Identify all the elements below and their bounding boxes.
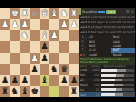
square-b4[interactable] [59, 41, 69, 52]
result-bar [101, 88, 134, 91]
explorer-move: cxd4 [80, 68, 92, 72]
engine-lines: +0.48.cxd4 Nxd4 9.Nxd4 Qxd4 10.Nc3 Qxe5⋮… [79, 15, 135, 35]
square-c3[interactable]: ♟ [49, 30, 59, 41]
explorer-games: 31 [92, 93, 101, 97]
square-g5[interactable] [10, 53, 20, 64]
black-pawn: ♟ [31, 65, 39, 74]
square-d5[interactable]: ♟ [40, 53, 50, 64]
square-g6[interactable] [10, 64, 20, 75]
black-pawn: ♟ [1, 76, 9, 85]
square-e5[interactable]: ♟ [30, 53, 40, 64]
engine-eval-badge: +0.4 [106, 10, 116, 14]
square-d2[interactable] [40, 19, 50, 30]
square-g1[interactable]: ♚ [10, 8, 20, 19]
white-rook: ♜ [70, 9, 78, 18]
square-d1[interactable]: ♛ [40, 8, 50, 19]
white-wins-segment [101, 74, 116, 77]
square-c5[interactable] [49, 53, 59, 64]
chess-board[interactable]: ♚♜♛♝♞♜♟♟♟♟♟♞♝♟♟♟♟♟♞♛♟♟♟♝♟♟♜♞♝♚♜ [0, 8, 79, 97]
black-queen: ♛ [60, 65, 68, 74]
explorer-rows: cxd41842Re1412a3239Nbd2118h457Qe231 [79, 68, 135, 97]
black-knight: ♞ [50, 65, 58, 74]
result-bar [101, 84, 134, 87]
draws-segment [115, 79, 123, 82]
line-moves: 8.cxd4 Nxd4 9.Nxd4 Qxd4 10.Nc3 Qxe5 [88, 15, 135, 19]
result-bar [101, 69, 134, 72]
square-g8[interactable]: ♞ [10, 86, 20, 97]
explorer-games: 57 [92, 88, 101, 92]
white-pawn: ♟ [31, 54, 39, 63]
square-f2[interactable]: ♟ [20, 19, 30, 30]
line-moves: 8.a3 Nge7 9.b4 Nf5 10.Be3 Be7 [88, 25, 134, 29]
black-rook: ♜ [70, 87, 78, 96]
square-g7[interactable]: ♟ [10, 75, 20, 86]
square-f1[interactable]: ♜ [20, 8, 30, 19]
explorer-row-Qe2[interactable]: Qe231 [79, 92, 135, 97]
square-e1[interactable] [30, 8, 40, 19]
explorer-move: Nbd2 [80, 83, 92, 87]
line-moves: 8.Be2 Nge7 9.cxd4 Nf5 10.Nc3 Bb4 [88, 30, 135, 34]
square-h6[interactable] [0, 64, 10, 75]
square-g4[interactable] [10, 41, 20, 52]
black-wins-segment [126, 69, 134, 72]
square-a8[interactable]: ♜ [69, 86, 79, 97]
result-bar [101, 79, 134, 82]
square-h4[interactable] [0, 41, 10, 52]
black-king: ♚ [31, 87, 39, 96]
square-b6[interactable]: ♛ [59, 64, 69, 75]
square-h2[interactable]: ♟ [0, 19, 10, 30]
square-h3[interactable] [0, 30, 10, 41]
engine-depth-bar [98, 11, 105, 13]
square-a6[interactable] [69, 64, 79, 75]
black-pawn: ♟ [40, 54, 48, 63]
white-wins-segment [101, 93, 115, 96]
explorer-games: 239 [92, 78, 101, 82]
square-b3[interactable] [59, 30, 69, 41]
draws-segment [115, 93, 124, 96]
square-a4[interactable] [69, 41, 79, 52]
line-moves: 8.Re1 Nge7 9.cxd4 Nf5 10.Nc3 Be7 [88, 20, 135, 24]
square-f4[interactable] [20, 41, 30, 52]
black-knight: ♞ [11, 87, 19, 96]
expand-icon[interactable]: ⋮ [134, 25, 135, 29]
explorer-games: 1842 [92, 68, 101, 72]
black-wins-segment [123, 93, 134, 96]
explorer-move: Qe2 [80, 93, 92, 97]
square-b7[interactable]: ♟ [59, 75, 69, 86]
square-h1[interactable] [0, 8, 10, 19]
white-king: ♚ [11, 9, 19, 18]
square-c7[interactable] [49, 75, 59, 86]
square-d8[interactable] [40, 86, 50, 97]
square-c4[interactable] [49, 41, 59, 52]
white-knight: ♞ [21, 31, 29, 40]
square-g3[interactable] [10, 30, 20, 41]
square-a7[interactable]: ♟ [69, 75, 79, 86]
square-f3[interactable]: ♞ [20, 30, 30, 41]
square-d7[interactable]: ♝ [40, 75, 50, 86]
square-e7[interactable] [30, 75, 40, 86]
white-bishop: ♝ [50, 9, 58, 18]
draws-segment [114, 84, 123, 87]
opening-name: French Defense: Advance Variation, Milne… [79, 57, 135, 65]
square-b5[interactable] [59, 53, 69, 64]
black-wins-segment [122, 79, 134, 82]
square-f5[interactable] [20, 53, 30, 64]
square-e2[interactable] [30, 19, 40, 30]
white-bishop: ♝ [40, 31, 48, 40]
square-c8[interactable] [49, 86, 59, 97]
white-rook: ♜ [21, 9, 29, 18]
app-screen: ♚♜♛♝♞♜♟♟♟♟♟♞♝♟♟♟♟♟♞♛♟♟♟♝♟♟♜♞♝♚♜ Stockfis… [0, 0, 136, 102]
explorer-move: Re1 [80, 73, 92, 77]
explorer-move: h4 [80, 88, 92, 92]
square-b1[interactable]: ♞ [59, 8, 69, 19]
line-eval: +0.2 [80, 25, 87, 29]
black-pawn: ♟ [11, 76, 19, 85]
explorer-move: a3 [80, 78, 92, 82]
white-queen: ♛ [40, 9, 48, 18]
square-f7[interactable]: ♟ [20, 75, 30, 86]
engine-arrow-icon [32, 11, 38, 17]
square-a3[interactable] [69, 30, 79, 41]
square-a2[interactable]: ♟ [69, 19, 79, 30]
square-d3[interactable]: ♝ [40, 30, 50, 41]
square-a5[interactable] [69, 53, 79, 64]
draws-segment [117, 69, 126, 72]
gear-icon[interactable]: ⚙ [126, 10, 130, 14]
line-eval: +0.3 [80, 20, 87, 24]
black-wins-segment [122, 88, 134, 91]
square-h7[interactable]: ♟ [0, 75, 10, 86]
opening-name-line2: Milner-Barry Gambit [80, 61, 134, 64]
square-d4[interactable]: ♟ [40, 41, 50, 52]
white-wins-segment [101, 84, 114, 87]
engine-name: Stockfish [82, 10, 97, 14]
black-pawn: ♟ [70, 76, 78, 85]
white-pawn: ♟ [1, 20, 9, 29]
black-rook: ♜ [1, 87, 9, 96]
black-wins-segment [123, 84, 134, 87]
white-wins-segment [101, 69, 117, 72]
blunder-icon [80, 54, 82, 56]
white-pawn: ♟ [21, 20, 29, 29]
black-pawn: ♟ [21, 76, 29, 85]
square-c6[interactable]: ♞ [49, 64, 59, 75]
square-c1[interactable]: ♝ [49, 8, 59, 19]
square-c2[interactable] [49, 19, 59, 30]
line-eval: +0.1 [80, 30, 87, 34]
draws-segment [116, 88, 123, 91]
square-e4[interactable] [30, 41, 40, 52]
explorer-games: 118 [92, 83, 101, 87]
move-list: 4.c3Nc65.Nf3Qb66.Bd3cxd47.O-OBd78.cxd4Nx… [79, 35, 135, 57]
square-h8[interactable]: ♜ [0, 86, 10, 97]
square-f8[interactable]: ♝ [20, 86, 30, 97]
black-bishop: ♝ [40, 76, 48, 85]
square-b2[interactable]: ♟ [59, 19, 69, 30]
close-icon[interactable]: × [131, 10, 134, 14]
explorer-games: 412 [92, 73, 101, 77]
square-h5[interactable] [0, 53, 10, 64]
white-wins-segment [101, 79, 115, 82]
white-pawn: ♟ [11, 20, 19, 29]
black-pawn: ♟ [40, 42, 48, 51]
white-knight: ♞ [60, 9, 68, 18]
white-pawn: ♟ [70, 20, 78, 29]
white-wins-segment [101, 88, 116, 91]
engine-header: Stockfish +0.4 ⚙ × [79, 8, 135, 15]
square-g2[interactable]: ♟ [10, 19, 20, 30]
result-bar [101, 74, 134, 77]
square-d6[interactable] [40, 64, 50, 75]
square-a1[interactable]: ♜ [69, 8, 79, 19]
square-b8[interactable] [59, 86, 69, 97]
draws-segment [116, 74, 125, 77]
black-bishop: ♝ [21, 87, 29, 96]
square-f6[interactable] [20, 64, 30, 75]
white-pawn: ♟ [60, 20, 68, 29]
black-wins-segment [124, 74, 134, 77]
square-e3[interactable] [30, 30, 40, 41]
square-e8[interactable]: ♚ [30, 86, 40, 97]
square-e6[interactable]: ♟ [30, 64, 40, 75]
line-eval: +0.4 [80, 15, 87, 19]
white-pawn: ♟ [50, 31, 58, 40]
result-bar [101, 93, 134, 96]
black-pawn: ♟ [60, 76, 68, 85]
analysis-panel: Stockfish +0.4 ⚙ × +0.48.cxd4 Nxd4 9.Nxd… [79, 8, 135, 97]
